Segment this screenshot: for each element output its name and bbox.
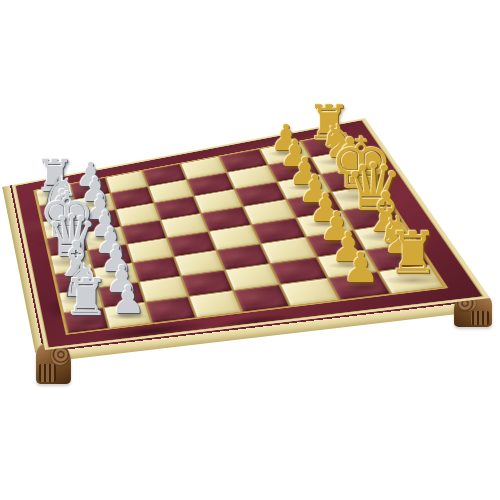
piece-silver-pawn[interactable]: ♟ [111,280,145,318]
board-foot-front-left [36,343,71,384]
piece-shadow [108,313,148,320]
piece-silver-rook[interactable]: ♜ [64,273,110,324]
piece-shadow [382,275,443,285]
board-square[interactable] [145,296,196,323]
piece-shadow [60,317,113,326]
piece-gold-rook[interactable]: ♜ [387,225,439,283]
chess-set-photo: ♜♟♟♜♞♟♟♞♝♟♟♝♚♟♟♚♛♟♟♛♝♟♟♝♞♟♟♞♜♟♟♜ [0,0,500,500]
piece-shadow [339,283,383,291]
piece-gold-pawn[interactable]: ♟ [342,247,380,289]
